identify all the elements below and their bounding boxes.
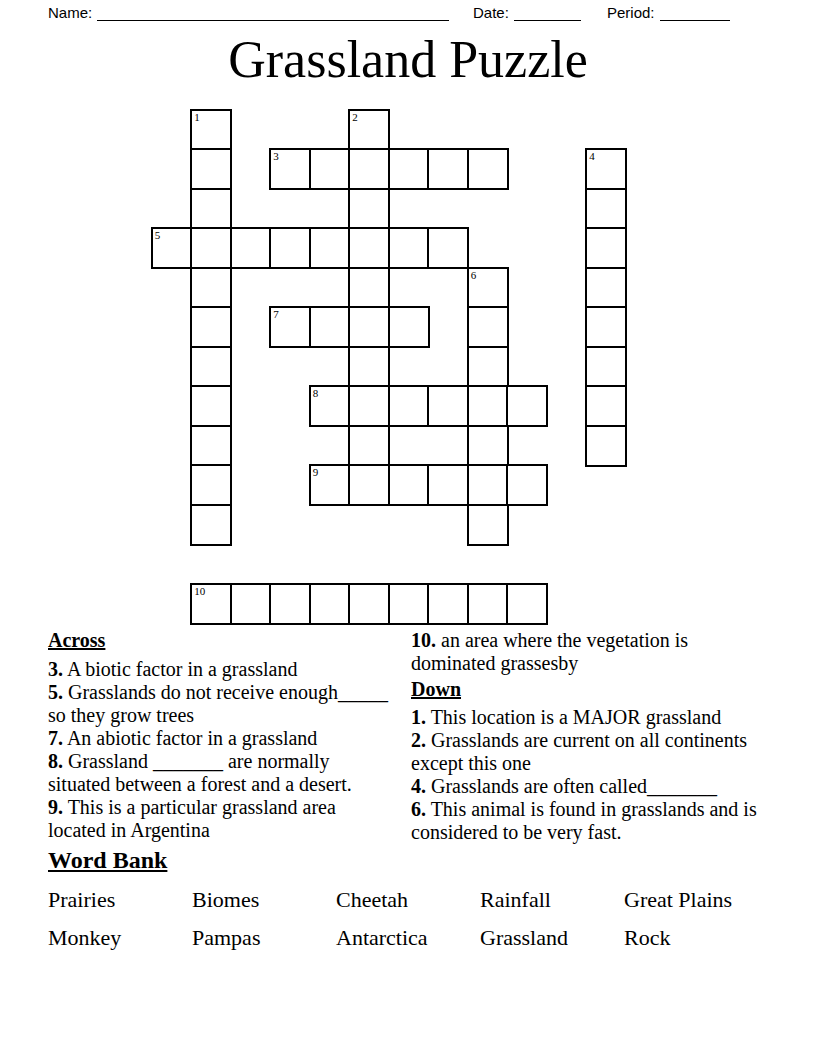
- grid-cell-r0c1[interactable]: 1: [190, 109, 232, 151]
- grid-cell-r9c9[interactable]: [506, 464, 548, 506]
- period-blank-line: [660, 3, 730, 21]
- crossword-grid: 12345678910: [152, 110, 626, 624]
- grid-cell-r1c1[interactable]: [190, 148, 232, 190]
- grid-cell-r9c4[interactable]: 9: [309, 464, 351, 506]
- date-label: Date:: [473, 4, 509, 21]
- clue-across-3: 3. A biotic factor in a grassland: [48, 658, 388, 681]
- clue-number-label: 7.: [48, 727, 63, 749]
- down-clue-list: 1. This location is a MAJOR grassland2. …: [411, 706, 757, 844]
- worksheet-page: Name: Date: Period: Grassland Puzzle 123…: [0, 0, 816, 1056]
- grid-cell-r12c2[interactable]: [230, 583, 272, 625]
- grid-number-3: 3: [273, 150, 279, 162]
- across-clue-overflow: 10. an area where the vegetation is domi…: [411, 629, 757, 675]
- grid-cell-r7c4[interactable]: 8: [309, 385, 351, 427]
- grid-cell-r3c7[interactable]: [427, 227, 469, 269]
- grid-cell-r5c4[interactable]: [309, 306, 351, 348]
- word-bank-grid: PrairiesBiomesCheetahRainfallGreat Plain…: [48, 886, 770, 952]
- grid-cell-r12c6[interactable]: [388, 583, 430, 625]
- clue-number-label: 8.: [48, 750, 63, 772]
- grid-cell-r12c5[interactable]: [348, 583, 390, 625]
- clue-across-10: 10. an area where the vegetation is domi…: [411, 629, 757, 675]
- word-bank-item-rock: Rock: [624, 924, 774, 952]
- down-header: Down: [411, 678, 461, 701]
- grid-cell-r3c2[interactable]: [230, 227, 272, 269]
- grid-cell-r6c11[interactable]: [585, 346, 627, 388]
- grid-cell-r2c5[interactable]: [348, 188, 390, 230]
- grid-cell-r3c3[interactable]: [269, 227, 311, 269]
- grid-cell-r8c8[interactable]: [467, 425, 509, 467]
- word-bank-section: Word Bank PrairiesBiomesCheetahRainfallG…: [48, 846, 770, 952]
- grid-cell-r12c1[interactable]: 10: [190, 583, 232, 625]
- grid-cell-r9c5[interactable]: [348, 464, 390, 506]
- down-clues-section: 10. an area where the vegetation is domi…: [411, 629, 757, 844]
- grid-cell-r1c6[interactable]: [388, 148, 430, 190]
- period-label: Period:: [607, 4, 655, 21]
- grid-cell-r3c1[interactable]: [190, 227, 232, 269]
- word-bank-item-biomes: Biomes: [192, 886, 336, 914]
- grid-cell-r12c8[interactable]: [467, 583, 509, 625]
- clue-across-5: 5. Grasslands do not receive enough_____…: [48, 681, 388, 727]
- word-bank-header: Word Bank: [48, 846, 167, 874]
- clue-across-7: 7. An abiotic factor in a grassland: [48, 727, 388, 750]
- clue-number-label: 10.: [411, 629, 436, 651]
- grid-cell-r10c1[interactable]: [190, 504, 232, 546]
- grid-cell-r10c8[interactable]: [467, 504, 509, 546]
- clue-number-label: 2.: [411, 729, 426, 751]
- grid-cell-r1c8[interactable]: [467, 148, 509, 190]
- grid-cell-r3c11[interactable]: [585, 227, 627, 269]
- word-bank-item-pampas: Pampas: [192, 924, 336, 952]
- word-bank-item-cheetah: Cheetah: [336, 886, 480, 914]
- grid-cell-r5c6[interactable]: [388, 306, 430, 348]
- clue-number-label: 9.: [48, 796, 63, 818]
- grid-cell-r4c8[interactable]: 6: [467, 267, 509, 309]
- across-header: Across: [48, 629, 105, 652]
- grid-cell-r7c1[interactable]: [190, 385, 232, 427]
- grid-cell-r9c7[interactable]: [427, 464, 469, 506]
- grid-cell-r1c7[interactable]: [427, 148, 469, 190]
- grid-cell-r2c1[interactable]: [190, 188, 232, 230]
- period-field: Period:: [607, 2, 730, 21]
- grid-cell-r3c0[interactable]: 5: [151, 227, 193, 269]
- clue-down-2: 2. Grasslands are current on all contine…: [411, 729, 757, 775]
- grid-cell-r7c5[interactable]: [348, 385, 390, 427]
- grid-number-10: 10: [194, 585, 205, 597]
- grid-cell-r0c5[interactable]: 2: [348, 109, 390, 151]
- grid-cell-r6c1[interactable]: [190, 346, 232, 388]
- word-bank-item-great-plains: Great Plains: [624, 886, 774, 914]
- grid-cell-r12c4[interactable]: [309, 583, 351, 625]
- word-bank-item-rainfall: Rainfall: [480, 886, 624, 914]
- grid-cell-r8c11[interactable]: [585, 425, 627, 467]
- word-bank-item-grassland: Grassland: [480, 924, 624, 952]
- word-bank-item-monkey: Monkey: [48, 924, 192, 952]
- grid-cell-r12c9[interactable]: [506, 583, 548, 625]
- grid-cell-r7c6[interactable]: [388, 385, 430, 427]
- grid-cell-r5c5[interactable]: [348, 306, 390, 348]
- grid-cell-r1c4[interactable]: [309, 148, 351, 190]
- grid-cell-r9c1[interactable]: [190, 464, 232, 506]
- grid-cell-r6c5[interactable]: [348, 346, 390, 388]
- grid-cell-r7c11[interactable]: [585, 385, 627, 427]
- grid-cell-r4c5[interactable]: [348, 267, 390, 309]
- clue-number-label: 5.: [48, 681, 63, 703]
- clue-down-4: 4. Grasslands are often called_______: [411, 775, 757, 798]
- grid-cell-r7c9[interactable]: [506, 385, 548, 427]
- grid-cell-r8c5[interactable]: [348, 425, 390, 467]
- clue-across-8: 8. Grassland _______ are normally situat…: [48, 750, 388, 796]
- grid-cell-r9c6[interactable]: [388, 464, 430, 506]
- grid-number-9: 9: [313, 466, 319, 478]
- clue-down-1: 1. This location is a MAJOR grassland: [411, 706, 757, 729]
- clue-number-label: 4.: [411, 775, 426, 797]
- grid-cell-r5c11[interactable]: [585, 306, 627, 348]
- grid-cell-r3c4[interactable]: [309, 227, 351, 269]
- name-blank-line: [97, 3, 449, 21]
- grid-number-5: 5: [155, 229, 161, 241]
- grid-cell-r4c1[interactable]: [190, 267, 232, 309]
- word-bank-item-prairies: Prairies: [48, 886, 192, 914]
- grid-cell-r1c5[interactable]: [348, 148, 390, 190]
- grid-cell-r5c8[interactable]: [467, 306, 509, 348]
- grid-number-8: 8: [313, 387, 319, 399]
- clue-number-label: 6.: [411, 798, 426, 820]
- clue-down-6: 6. This animal is found in grasslands an…: [411, 798, 757, 844]
- grid-number-4: 4: [589, 150, 595, 162]
- name-label: Name:: [48, 4, 92, 21]
- grid-cell-r4c11[interactable]: [585, 267, 627, 309]
- grid-cell-r8c1[interactable]: [190, 425, 232, 467]
- clue-across-9: 9. This is a particular grassland area l…: [48, 796, 388, 842]
- grid-cell-r2c11[interactable]: [585, 188, 627, 230]
- across-clue-list: 3. A biotic factor in a grassland5. Gras…: [48, 658, 388, 842]
- grid-cell-r1c11[interactable]: 4: [585, 148, 627, 190]
- name-field: Name:: [48, 2, 449, 21]
- grid-cell-r9c8[interactable]: [467, 464, 509, 506]
- page-title: Grassland Puzzle: [0, 31, 816, 89]
- grid-cell-r5c1[interactable]: [190, 306, 232, 348]
- across-clues-section: Across 3. A biotic factor in a grassland…: [48, 629, 388, 842]
- grid-number-7: 7: [273, 308, 279, 320]
- grid-number-1: 1: [194, 111, 200, 123]
- grid-cell-r7c7[interactable]: [427, 385, 469, 427]
- clue-number-label: 1.: [411, 706, 426, 728]
- grid-cell-r1c3[interactable]: 3: [269, 148, 311, 190]
- grid-number-2: 2: [352, 111, 358, 123]
- grid-number-6: 6: [471, 269, 477, 281]
- word-bank-item-antarctica: Antarctica: [336, 924, 480, 952]
- date-blank-line: [514, 3, 581, 21]
- grid-cell-r3c6[interactable]: [388, 227, 430, 269]
- grid-cell-r12c3[interactable]: [269, 583, 311, 625]
- date-field: Date:: [473, 2, 581, 21]
- grid-cell-r5c3[interactable]: 7: [269, 306, 311, 348]
- clue-number-label: 3.: [48, 658, 63, 680]
- grid-cell-r7c8[interactable]: [467, 385, 509, 427]
- grid-cell-r6c8[interactable]: [467, 346, 509, 388]
- grid-cell-r3c5[interactable]: [348, 227, 390, 269]
- grid-cell-r12c7[interactable]: [427, 583, 469, 625]
